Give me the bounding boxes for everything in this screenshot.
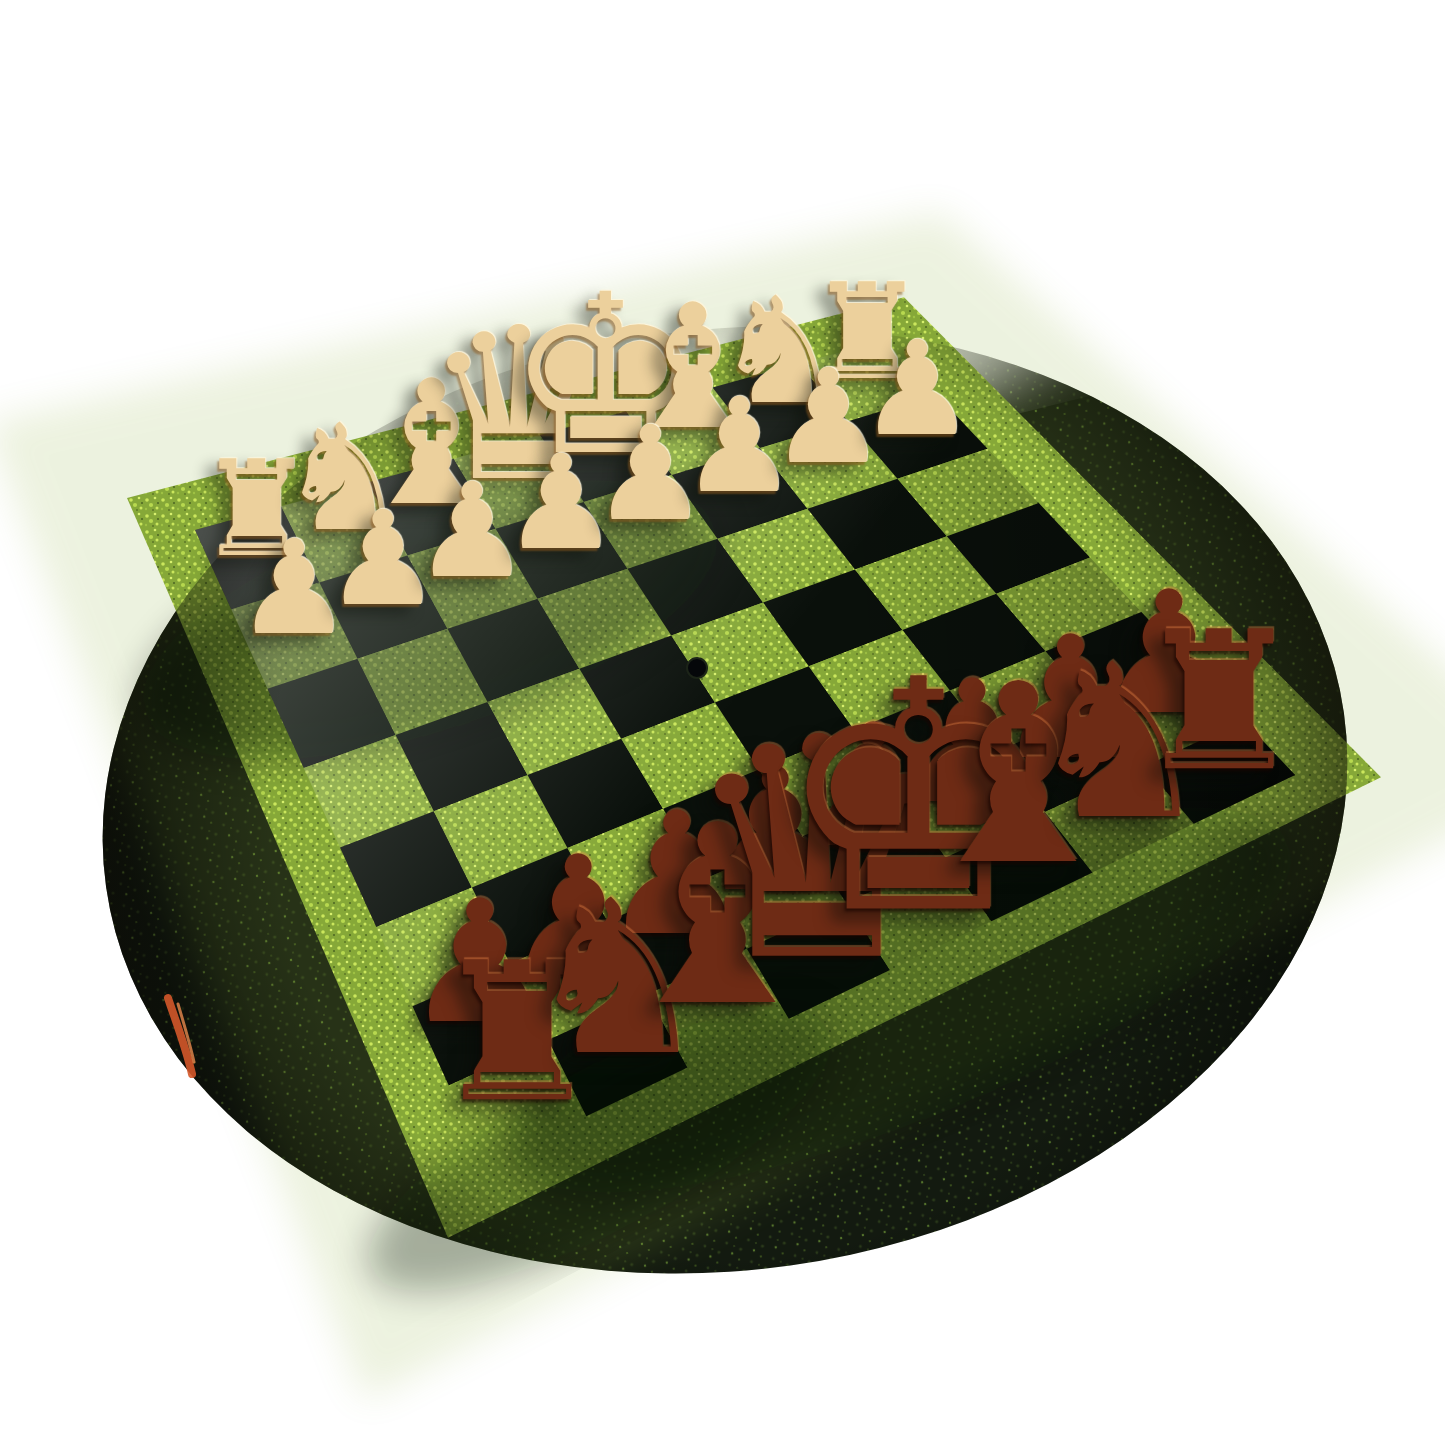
chess-photo-scene: ♜♞♝♛♚♝♞♜♟♟♟♟♟♟♟♟♟♟♟♟♟♟♟♟♜♞♝♛♚♝♞♜ [0,0,1445,1445]
piece-black-rook[interactable]: ♜ [1133,607,1305,799]
piece-white-pawn[interactable]: ♟ [859,324,976,454]
